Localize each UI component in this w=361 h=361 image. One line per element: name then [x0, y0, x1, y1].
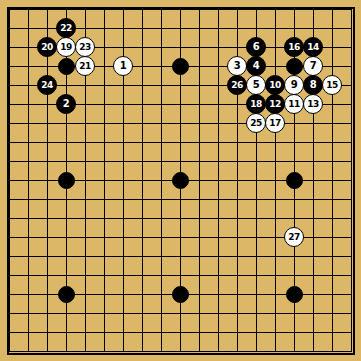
stone-white-move-21: 21 — [75, 56, 95, 76]
stone-white-move-3: 3 — [227, 56, 247, 76]
stone-white-move-13: 13 — [303, 94, 323, 114]
stone-white-move-7: 7 — [303, 56, 323, 76]
stone-black-move-18: 18 — [246, 94, 266, 114]
stone-white-move-17: 17 — [265, 113, 285, 133]
go-board[interactable]: 1234567891011121314151617181920212223242… — [0, 0, 361, 361]
stone-black-handicap — [172, 58, 189, 75]
stone-black-move-22: 22 — [56, 18, 76, 38]
stone-black-handicap — [286, 58, 303, 75]
stone-black-handicap — [58, 286, 75, 303]
stone-black-move-26: 26 — [227, 75, 247, 95]
stone-white-move-23: 23 — [75, 37, 95, 57]
stone-black-move-6: 6 — [246, 37, 266, 57]
stone-black-move-8: 8 — [303, 75, 323, 95]
stone-white-move-15: 15 — [322, 75, 342, 95]
stone-black-move-16: 16 — [284, 37, 304, 57]
stone-white-move-27: 27 — [284, 227, 304, 247]
stone-white-move-5: 5 — [246, 75, 266, 95]
stone-black-move-4: 4 — [246, 56, 266, 76]
stone-black-move-12: 12 — [265, 94, 285, 114]
stone-white-move-19: 19 — [56, 37, 76, 57]
stone-black-handicap — [286, 172, 303, 189]
stone-black-move-20: 20 — [37, 37, 57, 57]
stone-white-move-9: 9 — [284, 75, 304, 95]
stone-black-move-24: 24 — [37, 75, 57, 95]
stone-black-move-2: 2 — [56, 94, 76, 114]
stone-black-handicap — [172, 286, 189, 303]
stone-white-move-25: 25 — [246, 113, 266, 133]
stone-white-move-11: 11 — [284, 94, 304, 114]
stone-black-handicap — [286, 286, 303, 303]
stone-black-handicap — [58, 58, 75, 75]
stone-white-move-1: 1 — [113, 56, 133, 76]
stone-black-handicap — [58, 172, 75, 189]
stone-black-move-10: 10 — [265, 75, 285, 95]
stone-black-handicap — [172, 172, 189, 189]
stone-black-move-14: 14 — [303, 37, 323, 57]
